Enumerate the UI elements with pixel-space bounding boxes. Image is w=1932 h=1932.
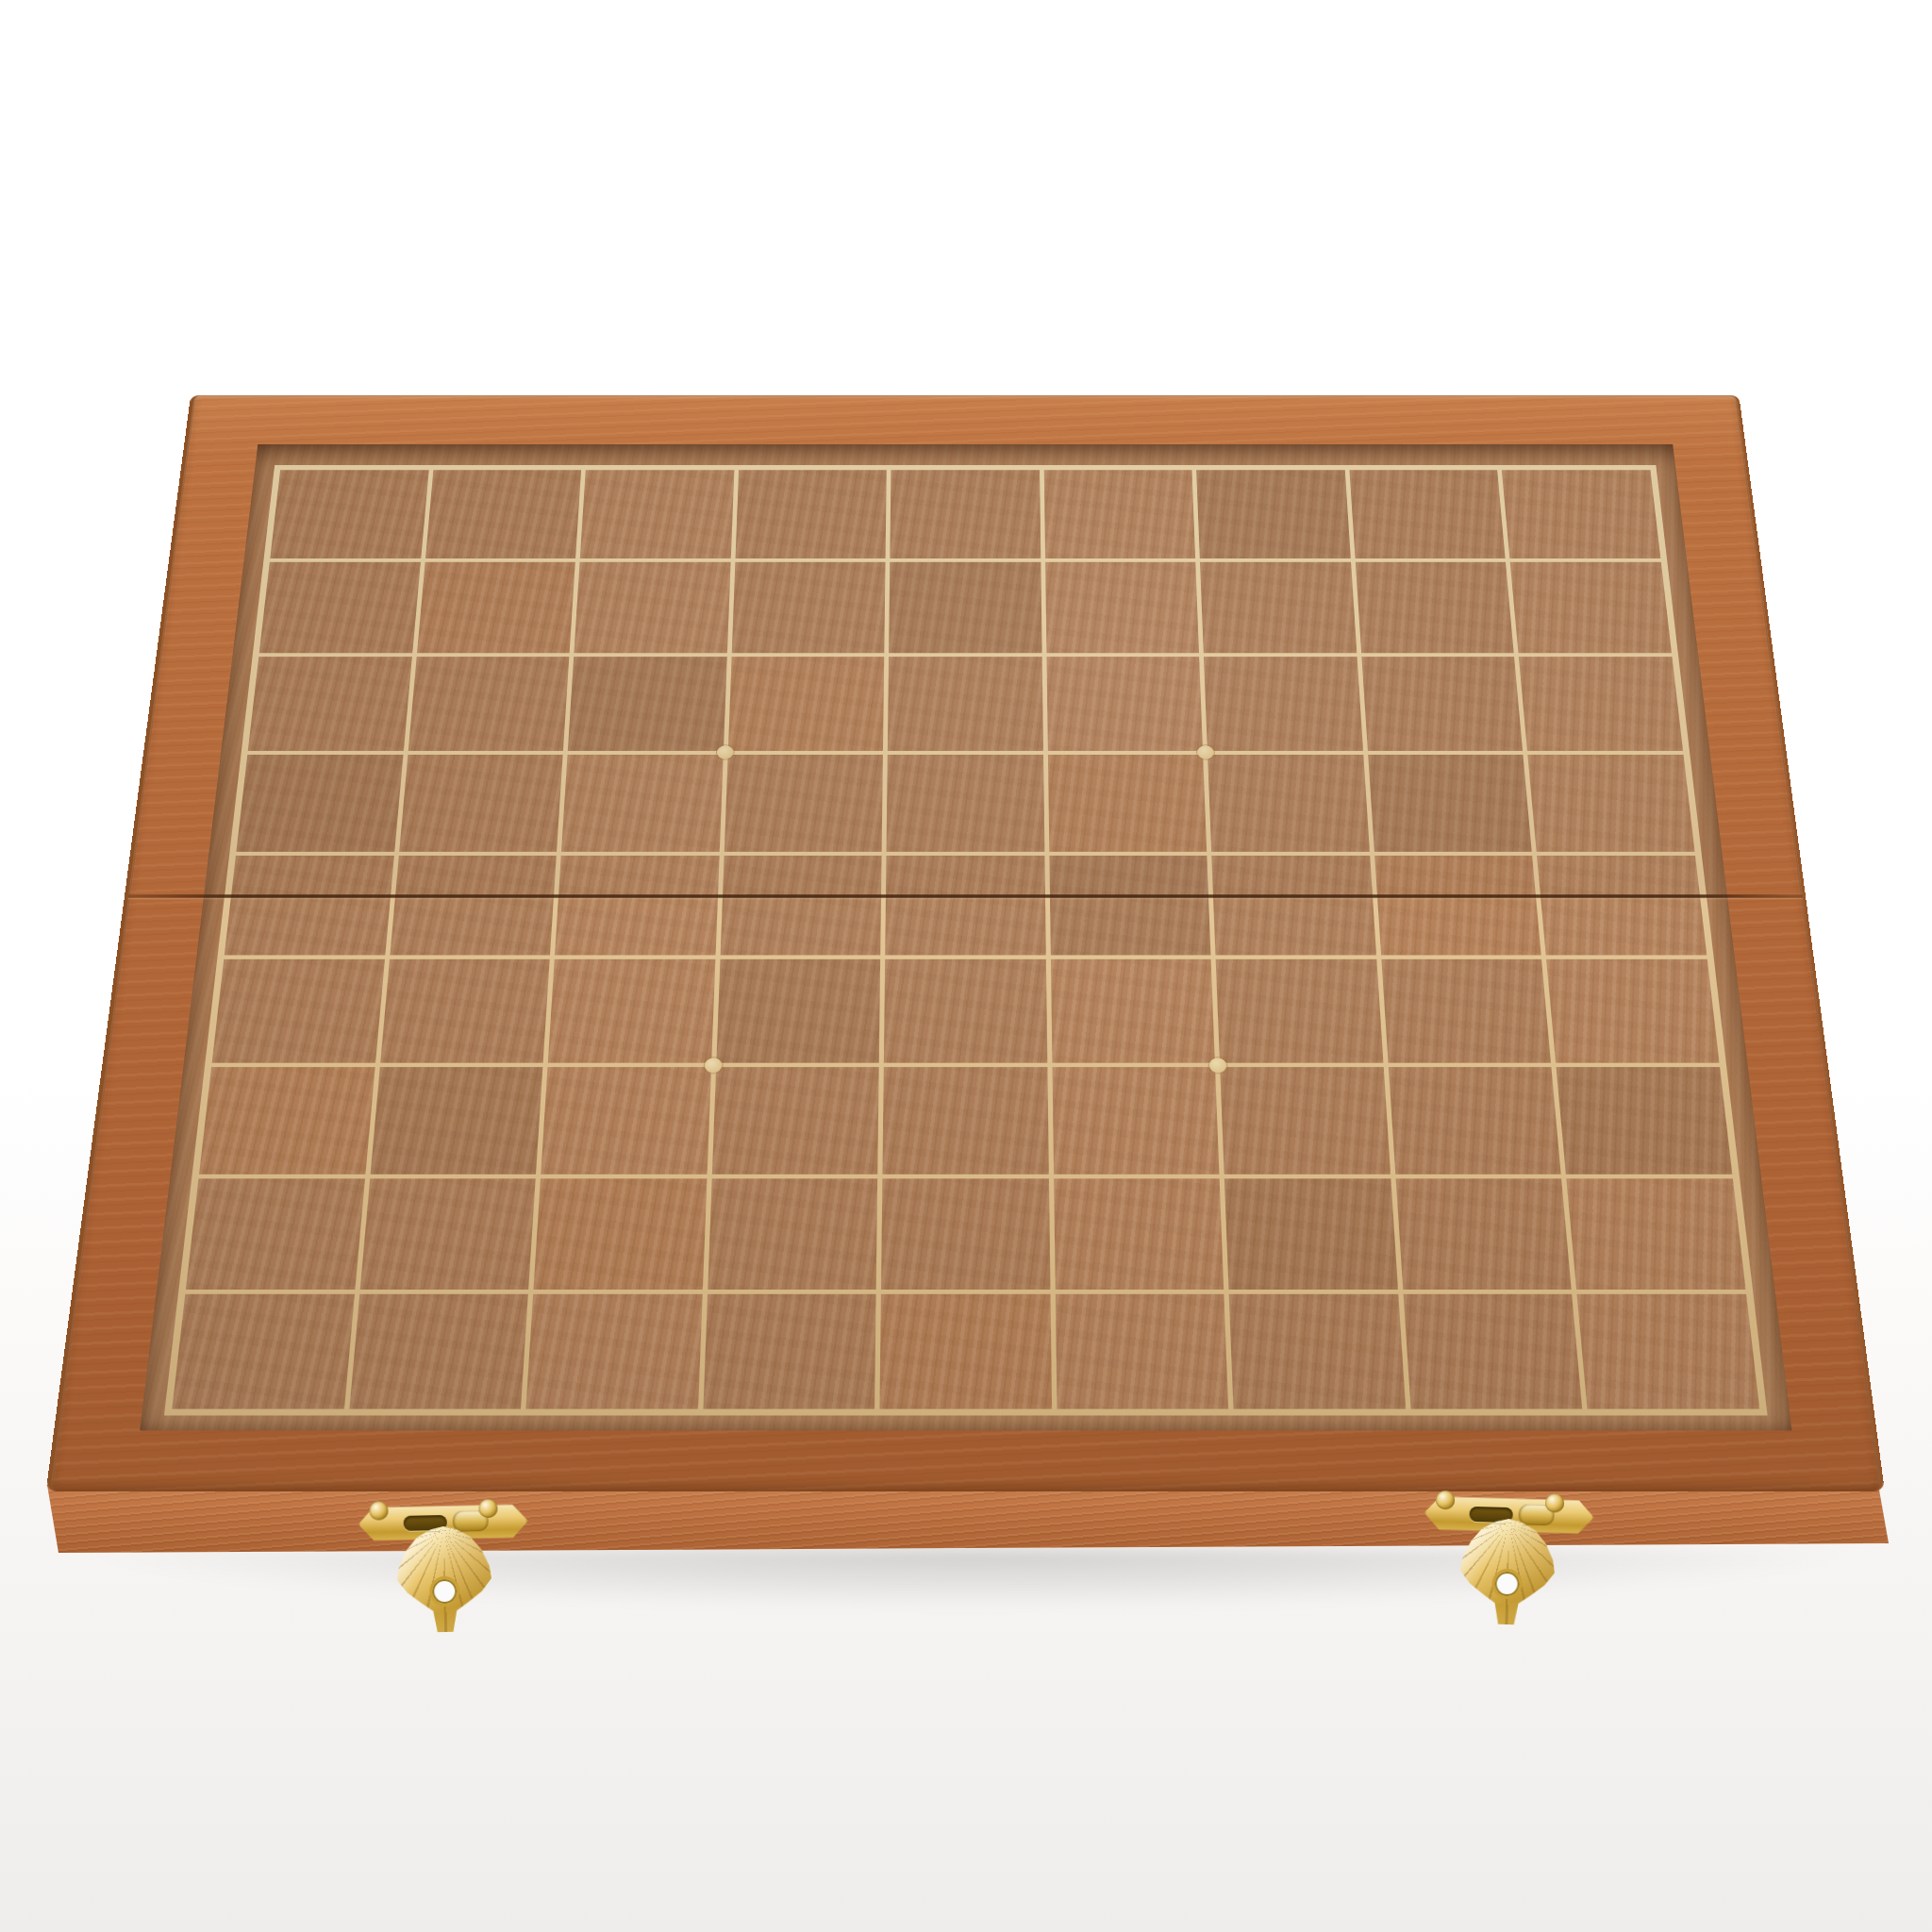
cell-r4c4[interactable] <box>724 755 883 852</box>
cell-r6c7[interactable] <box>1216 959 1383 1063</box>
cell-r6c4[interactable] <box>716 959 880 1063</box>
grid <box>164 465 1768 1415</box>
cell-r7c2[interactable] <box>370 1067 542 1174</box>
cell-r1c6[interactable] <box>1044 470 1196 558</box>
cell-r1c7[interactable] <box>1196 470 1350 558</box>
cell-r5c1[interactable] <box>225 856 394 956</box>
cell-r9c3[interactable] <box>526 1294 703 1409</box>
cell-r7c1[interactable] <box>199 1067 375 1174</box>
cell-r3c8[interactable] <box>1361 657 1523 751</box>
cell-r8c7[interactable] <box>1224 1179 1398 1291</box>
cell-r4c5[interactable] <box>887 755 1044 852</box>
cell-r7c9[interactable] <box>1557 1067 1732 1174</box>
cell-r6c1[interactable] <box>212 959 385 1063</box>
cell-r2c7[interactable] <box>1200 562 1357 653</box>
cell-r3c4[interactable] <box>727 657 884 751</box>
cell-r8c6[interactable] <box>1054 1179 1224 1291</box>
cell-r3c5[interactable] <box>888 657 1043 751</box>
cell-r7c5[interactable] <box>883 1067 1049 1174</box>
cell-r6c6[interactable] <box>1051 959 1216 1063</box>
board-recess <box>140 444 1791 1430</box>
cell-r2c4[interactable] <box>731 562 885 653</box>
latch-right <box>1410 1478 1604 1663</box>
cell-r8c2[interactable] <box>359 1179 536 1291</box>
shogi-board <box>46 395 1885 1491</box>
cell-r2c1[interactable] <box>259 562 421 653</box>
cell-r6c8[interactable] <box>1381 959 1551 1063</box>
cell-r4c2[interactable] <box>399 755 563 852</box>
cell-r1c9[interactable] <box>1502 470 1660 558</box>
cell-r9c4[interactable] <box>703 1294 876 1409</box>
cell-r8c8[interactable] <box>1395 1179 1572 1291</box>
cell-r1c3[interactable] <box>580 470 734 558</box>
cell-r5c8[interactable] <box>1374 856 1541 956</box>
latch-left-shell-pendant <box>394 1525 494 1633</box>
cell-r2c2[interactable] <box>417 562 575 653</box>
cell-r4c8[interactable] <box>1368 755 1532 852</box>
cell-r3c2[interactable] <box>408 657 569 751</box>
cell-r8c4[interactable] <box>708 1179 878 1291</box>
latch-left-hole <box>432 1579 458 1605</box>
cell-r5c2[interactable] <box>390 856 557 956</box>
cell-r4c7[interactable] <box>1207 755 1369 852</box>
cell-r6c2[interactable] <box>380 959 550 1063</box>
cell-r5c3[interactable] <box>555 856 719 956</box>
fold-seam <box>128 894 1803 897</box>
cell-r7c6[interactable] <box>1052 1067 1220 1174</box>
cell-r8c1[interactable] <box>186 1179 365 1291</box>
cell-r7c7[interactable] <box>1221 1067 1391 1174</box>
cell-r1c1[interactable] <box>270 470 428 558</box>
star-point <box>1208 1058 1226 1073</box>
cell-r5c6[interactable] <box>1049 856 1211 956</box>
cell-r6c3[interactable] <box>548 959 715 1063</box>
cell-r9c7[interactable] <box>1229 1294 1406 1409</box>
latch-left <box>348 1487 541 1670</box>
latch-right-shell-pendant <box>1457 1518 1557 1626</box>
cell-r7c3[interactable] <box>541 1067 710 1174</box>
cell-r2c5[interactable] <box>889 562 1041 653</box>
cell-r6c5[interactable] <box>884 959 1047 1063</box>
cell-r8c5[interactable] <box>881 1179 1050 1291</box>
cell-r9c8[interactable] <box>1403 1294 1582 1409</box>
latch-right-hole <box>1494 1572 1520 1597</box>
star-point <box>1197 745 1214 759</box>
cell-r3c7[interactable] <box>1204 657 1363 751</box>
cell-r2c8[interactable] <box>1356 562 1514 653</box>
cell-r4c6[interactable] <box>1048 755 1207 852</box>
cell-r9c6[interactable] <box>1056 1294 1229 1409</box>
cell-r5c4[interactable] <box>720 856 881 956</box>
cell-r2c6[interactable] <box>1045 562 1199 653</box>
cell-r1c2[interactable] <box>425 470 582 558</box>
cell-r1c5[interactable] <box>891 470 1041 558</box>
cell-r6c9[interactable] <box>1547 959 1720 1063</box>
cell-r7c8[interactable] <box>1389 1067 1561 1174</box>
cell-r9c5[interactable] <box>880 1294 1052 1409</box>
cell-r3c6[interactable] <box>1046 657 1203 751</box>
cell-r4c3[interactable] <box>561 755 723 852</box>
cell-r8c9[interactable] <box>1567 1179 1746 1291</box>
cell-r2c3[interactable] <box>575 562 731 653</box>
board-scene <box>0 0 1932 1932</box>
product-photo-stage <box>0 0 1932 1932</box>
cell-r1c4[interactable] <box>735 470 887 558</box>
cell-r5c7[interactable] <box>1212 856 1376 956</box>
cell-r2c9[interactable] <box>1510 562 1672 653</box>
cell-r7c4[interactable] <box>711 1067 878 1174</box>
cell-r8c3[interactable] <box>534 1179 708 1291</box>
cell-r3c1[interactable] <box>248 657 412 751</box>
cell-r3c9[interactable] <box>1519 657 1683 751</box>
cell-r9c2[interactable] <box>349 1294 528 1409</box>
cell-r3c3[interactable] <box>568 657 727 751</box>
cell-r4c9[interactable] <box>1528 755 1695 852</box>
cell-r5c9[interactable] <box>1537 856 1707 956</box>
cell-r5c5[interactable] <box>885 856 1045 956</box>
cell-r9c1[interactable] <box>172 1294 354 1409</box>
cell-r4c1[interactable] <box>236 755 403 852</box>
cell-r1c8[interactable] <box>1349 470 1506 558</box>
cell-r9c9[interactable] <box>1577 1294 1759 1409</box>
